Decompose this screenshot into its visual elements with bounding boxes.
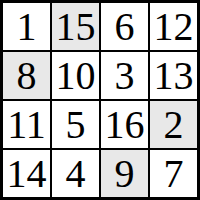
cell-r1c3[interactable]: 6 (101, 3, 148, 50)
puzzle-board: 11561281031311516214497 (0, 0, 200, 200)
cell-r1c1[interactable]: 1 (3, 3, 50, 50)
cell-r3c1[interactable]: 11 (3, 101, 50, 148)
cell-r3c2[interactable]: 5 (52, 101, 99, 148)
cell-r3c3[interactable]: 16 (101, 101, 148, 148)
cell-r2c2[interactable]: 10 (52, 52, 99, 99)
cell-r4c3[interactable]: 9 (101, 150, 148, 197)
cell-r2c4[interactable]: 13 (150, 52, 197, 99)
cell-r1c2[interactable]: 15 (52, 3, 99, 50)
cell-r1c4[interactable]: 12 (150, 3, 197, 50)
cell-r4c2[interactable]: 4 (52, 150, 99, 197)
cell-r2c1[interactable]: 8 (3, 52, 50, 99)
cell-r4c1[interactable]: 14 (3, 150, 50, 197)
cell-r4c4[interactable]: 7 (150, 150, 197, 197)
cell-r3c4[interactable]: 2 (150, 101, 197, 148)
cell-r2c3[interactable]: 3 (101, 52, 148, 99)
